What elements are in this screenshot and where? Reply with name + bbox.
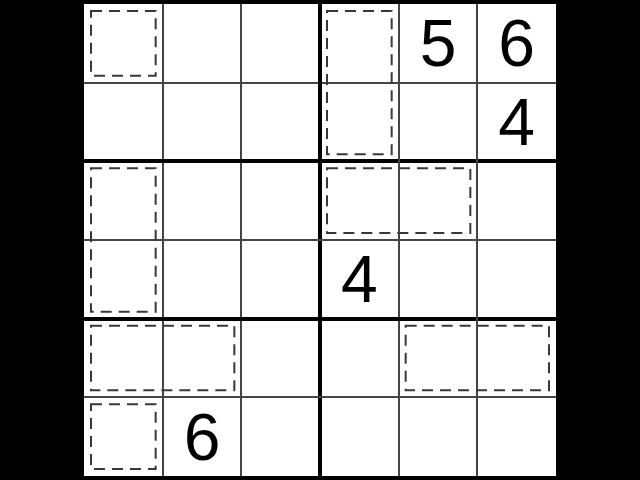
cell-r1c3[interactable] [241,4,320,83]
given-digit: 5 [420,10,457,76]
cell-r6c3[interactable] [241,397,320,476]
cell-r6c1[interactable] [84,397,163,476]
given-digit: 6 [498,10,535,76]
cell-r2c4[interactable] [320,83,399,162]
cell-r6c6[interactable] [477,397,556,476]
given-digit: 6 [184,404,221,470]
given-digit: 4 [498,89,535,155]
cell-r5c2[interactable] [163,319,242,398]
cell-r4c2[interactable] [163,240,242,319]
cell-r2c2[interactable] [163,83,242,162]
cell-r5c3[interactable] [241,319,320,398]
cell-r4c6[interactable] [477,240,556,319]
cell-r6c2[interactable]: 6 [163,397,242,476]
sudoku-board: 56446 [80,0,560,480]
cell-r1c5[interactable]: 5 [399,4,478,83]
cell-r2c5[interactable] [399,83,478,162]
puzzle-screen: 56446 [0,0,640,480]
cell-r3c3[interactable] [241,161,320,240]
cell-r2c1[interactable] [84,83,163,162]
cell-r4c5[interactable] [399,240,478,319]
letterbox-left [0,0,80,480]
cell-r3c5[interactable] [399,161,478,240]
cell-r5c5[interactable] [399,319,478,398]
cell-r6c4[interactable] [320,397,399,476]
cell-r3c2[interactable] [163,161,242,240]
cell-r4c1[interactable] [84,240,163,319]
cells-layer: 56446 [84,4,556,476]
cell-r3c1[interactable] [84,161,163,240]
cell-r5c6[interactable] [477,319,556,398]
cell-r1c4[interactable] [320,4,399,83]
cell-r5c4[interactable] [320,319,399,398]
board-grid: 56446 [84,4,556,476]
cell-r4c4[interactable]: 4 [320,240,399,319]
cell-r3c6[interactable] [477,161,556,240]
cell-r6c5[interactable] [399,397,478,476]
letterbox-right [560,0,640,480]
cell-r2c3[interactable] [241,83,320,162]
cell-r1c1[interactable] [84,4,163,83]
cell-r1c6[interactable]: 6 [477,4,556,83]
given-digit: 4 [341,246,378,312]
cell-r4c3[interactable] [241,240,320,319]
cell-r3c4[interactable] [320,161,399,240]
cell-r1c2[interactable] [163,4,242,83]
cell-r5c1[interactable] [84,319,163,398]
cell-r2c6[interactable]: 4 [477,83,556,162]
